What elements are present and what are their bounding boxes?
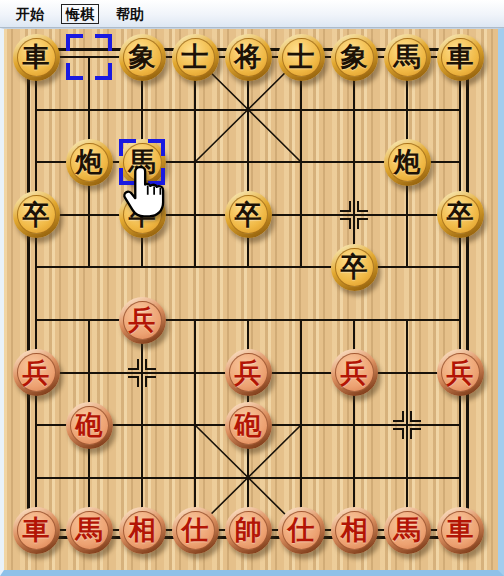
piece-black-advisor[interactable]: 士 <box>278 34 325 81</box>
board-lines <box>36 57 460 530</box>
piece-character: 士 <box>288 43 315 70</box>
piece-character: 炮 <box>76 148 103 175</box>
piece-character: 車 <box>447 516 474 543</box>
piece-character: 砲 <box>76 411 103 438</box>
piece-face: 炮 <box>388 143 427 182</box>
piece-black-cannon[interactable]: 炮 <box>66 139 113 186</box>
piece-character: 砲 <box>235 411 262 438</box>
piece-face: 兵 <box>229 353 268 392</box>
piece-red-soldier[interactable]: 兵 <box>331 349 378 396</box>
piece-black-advisor[interactable]: 士 <box>172 34 219 81</box>
piece-black-horse[interactable]: 馬 <box>384 34 431 81</box>
piece-face: 仕 <box>176 511 215 550</box>
piece-black-soldier[interactable]: 卒 <box>437 191 484 238</box>
piece-face: 炮 <box>70 143 109 182</box>
piece-black-cannon[interactable]: 炮 <box>384 139 431 186</box>
piece-black-soldier[interactable]: 卒 <box>225 191 272 238</box>
piece-character: 馬 <box>394 43 421 70</box>
piece-character: 仕 <box>288 516 315 543</box>
piece-face: 卒 <box>441 195 480 234</box>
piece-character: 兵 <box>235 359 262 386</box>
piece-face: 士 <box>176 38 215 77</box>
piece-red-cannon[interactable]: 砲 <box>225 402 272 449</box>
xiangqi-board[interactable]: 車象士将士象馬車炮馬炮卒卒卒卒卒兵兵兵兵兵砲砲車馬相仕帥仕相馬車 <box>4 29 498 570</box>
piece-face: 兵 <box>335 353 374 392</box>
piece-black-elephant[interactable]: 象 <box>119 34 166 81</box>
piece-character: 馬 <box>76 516 103 543</box>
piece-character: 馬 <box>394 516 421 543</box>
point-marker <box>340 201 368 229</box>
piece-character: 卒 <box>23 201 50 228</box>
piece-character: 卒 <box>235 201 262 228</box>
piece-character: 相 <box>129 516 156 543</box>
piece-black-general[interactable]: 将 <box>225 34 272 81</box>
point-marker <box>393 411 421 439</box>
piece-character: 車 <box>23 516 50 543</box>
piece-black-soldier[interactable]: 卒 <box>13 191 60 238</box>
piece-red-chariot[interactable]: 車 <box>13 507 60 554</box>
piece-character: 帥 <box>235 516 262 543</box>
piece-black-soldier[interactable]: 卒 <box>331 244 378 291</box>
piece-character: 象 <box>129 43 156 70</box>
piece-character: 卒 <box>447 201 474 228</box>
piece-red-general[interactable]: 帥 <box>225 507 272 554</box>
piece-face: 馬 <box>388 511 427 550</box>
hand-cursor <box>122 165 170 223</box>
piece-face: 車 <box>17 38 56 77</box>
board-frame: 車象士将士象馬車炮馬炮卒卒卒卒卒兵兵兵兵兵砲砲車馬相仕帥仕相馬車 <box>0 28 504 576</box>
point-marker <box>128 359 156 387</box>
piece-red-advisor[interactable]: 仕 <box>172 507 219 554</box>
piece-face: 馬 <box>70 511 109 550</box>
last-move-from-marker <box>66 34 112 80</box>
piece-face: 象 <box>335 38 374 77</box>
board-grid <box>4 29 498 570</box>
piece-face: 帥 <box>229 511 268 550</box>
piece-red-advisor[interactable]: 仕 <box>278 507 325 554</box>
piece-face: 兵 <box>441 353 480 392</box>
piece-red-soldier[interactable]: 兵 <box>437 349 484 396</box>
piece-character: 士 <box>182 43 209 70</box>
piece-red-horse[interactable]: 馬 <box>66 507 113 554</box>
piece-face: 卒 <box>17 195 56 234</box>
menu-item-undo[interactable]: 悔棋 <box>61 4 99 24</box>
piece-character: 炮 <box>394 148 421 175</box>
piece-red-elephant[interactable]: 相 <box>119 507 166 554</box>
piece-character: 将 <box>235 43 262 70</box>
piece-face: 仕 <box>282 511 321 550</box>
piece-black-chariot[interactable]: 車 <box>437 34 484 81</box>
piece-character: 兵 <box>341 359 368 386</box>
piece-face: 士 <box>282 38 321 77</box>
piece-black-elephant[interactable]: 象 <box>331 34 378 81</box>
menu-item-help[interactable]: 帮助 <box>113 4 147 24</box>
menu-item-start[interactable]: 开始 <box>13 4 47 24</box>
piece-face: 卒 <box>335 248 374 287</box>
piece-face: 兵 <box>123 301 162 340</box>
piece-character: 相 <box>341 516 368 543</box>
piece-face: 砲 <box>70 406 109 445</box>
piece-character: 兵 <box>447 359 474 386</box>
piece-red-cannon[interactable]: 砲 <box>66 402 113 449</box>
piece-face: 卒 <box>229 195 268 234</box>
piece-face: 相 <box>123 511 162 550</box>
piece-red-horse[interactable]: 馬 <box>384 507 431 554</box>
piece-red-soldier[interactable]: 兵 <box>13 349 60 396</box>
piece-face: 馬 <box>388 38 427 77</box>
piece-character: 兵 <box>129 306 156 333</box>
piece-red-chariot[interactable]: 車 <box>437 507 484 554</box>
piece-character: 仕 <box>182 516 209 543</box>
piece-character: 兵 <box>23 359 50 386</box>
piece-face: 車 <box>441 38 480 77</box>
menu-bar: 开始 悔棋 帮助 <box>0 0 504 28</box>
piece-face: 車 <box>441 511 480 550</box>
piece-red-soldier[interactable]: 兵 <box>225 349 272 396</box>
piece-black-chariot[interactable]: 車 <box>13 34 60 81</box>
piece-face: 相 <box>335 511 374 550</box>
piece-face: 車 <box>17 511 56 550</box>
piece-character: 車 <box>23 43 50 70</box>
piece-face: 砲 <box>229 406 268 445</box>
piece-character: 車 <box>447 43 474 70</box>
piece-red-soldier[interactable]: 兵 <box>119 297 166 344</box>
piece-face: 将 <box>229 38 268 77</box>
piece-character: 象 <box>341 43 368 70</box>
piece-face: 象 <box>123 38 162 77</box>
piece-face: 兵 <box>17 353 56 392</box>
piece-red-elephant[interactable]: 相 <box>331 507 378 554</box>
piece-character: 卒 <box>341 253 368 280</box>
